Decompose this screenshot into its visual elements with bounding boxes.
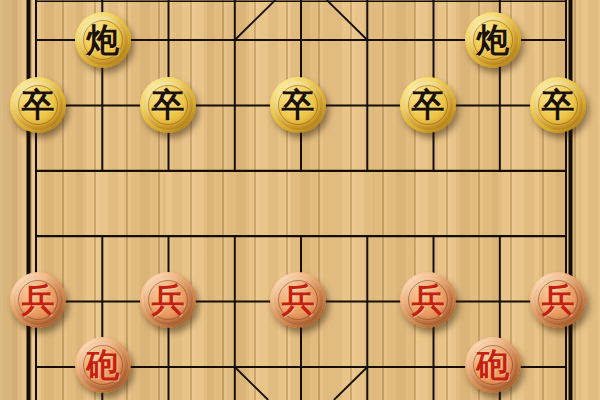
piece-glyph: 兵: [140, 272, 196, 328]
xiangqi-board: 炮炮卒卒卒卒卒兵兵兵兵兵砲砲: [0, 0, 600, 400]
piece-red-cannon[interactable]: 砲: [75, 337, 131, 393]
piece-glyph: 兵: [270, 272, 326, 328]
piece-glyph: 卒: [530, 77, 586, 133]
piece-glyph: 卒: [400, 77, 456, 133]
piece-glyph: 兵: [400, 272, 456, 328]
piece-black-soldier[interactable]: 卒: [140, 77, 196, 133]
piece-glyph: 卒: [270, 77, 326, 133]
piece-black-soldier[interactable]: 卒: [270, 77, 326, 133]
piece-black-cannon[interactable]: 炮: [465, 12, 521, 68]
piece-glyph: 砲: [75, 337, 131, 393]
piece-red-cannon[interactable]: 砲: [465, 337, 521, 393]
piece-black-soldier[interactable]: 卒: [10, 77, 66, 133]
piece-red-soldier[interactable]: 兵: [530, 272, 586, 328]
piece-red-soldier[interactable]: 兵: [270, 272, 326, 328]
board-intersections-grid[interactable]: 炮炮卒卒卒卒卒兵兵兵兵兵砲砲: [6, 0, 591, 400]
piece-black-soldier[interactable]: 卒: [530, 77, 586, 133]
piece-red-soldier[interactable]: 兵: [10, 272, 66, 328]
piece-red-soldier[interactable]: 兵: [400, 272, 456, 328]
piece-glyph: 卒: [140, 77, 196, 133]
piece-black-cannon[interactable]: 炮: [75, 12, 131, 68]
piece-black-soldier[interactable]: 卒: [400, 77, 456, 133]
piece-glyph: 兵: [530, 272, 586, 328]
piece-glyph: 炮: [75, 12, 131, 68]
piece-glyph: 兵: [10, 272, 66, 328]
piece-red-soldier[interactable]: 兵: [140, 272, 196, 328]
piece-glyph: 炮: [465, 12, 521, 68]
piece-glyph: 砲: [465, 337, 521, 393]
piece-glyph: 卒: [10, 77, 66, 133]
